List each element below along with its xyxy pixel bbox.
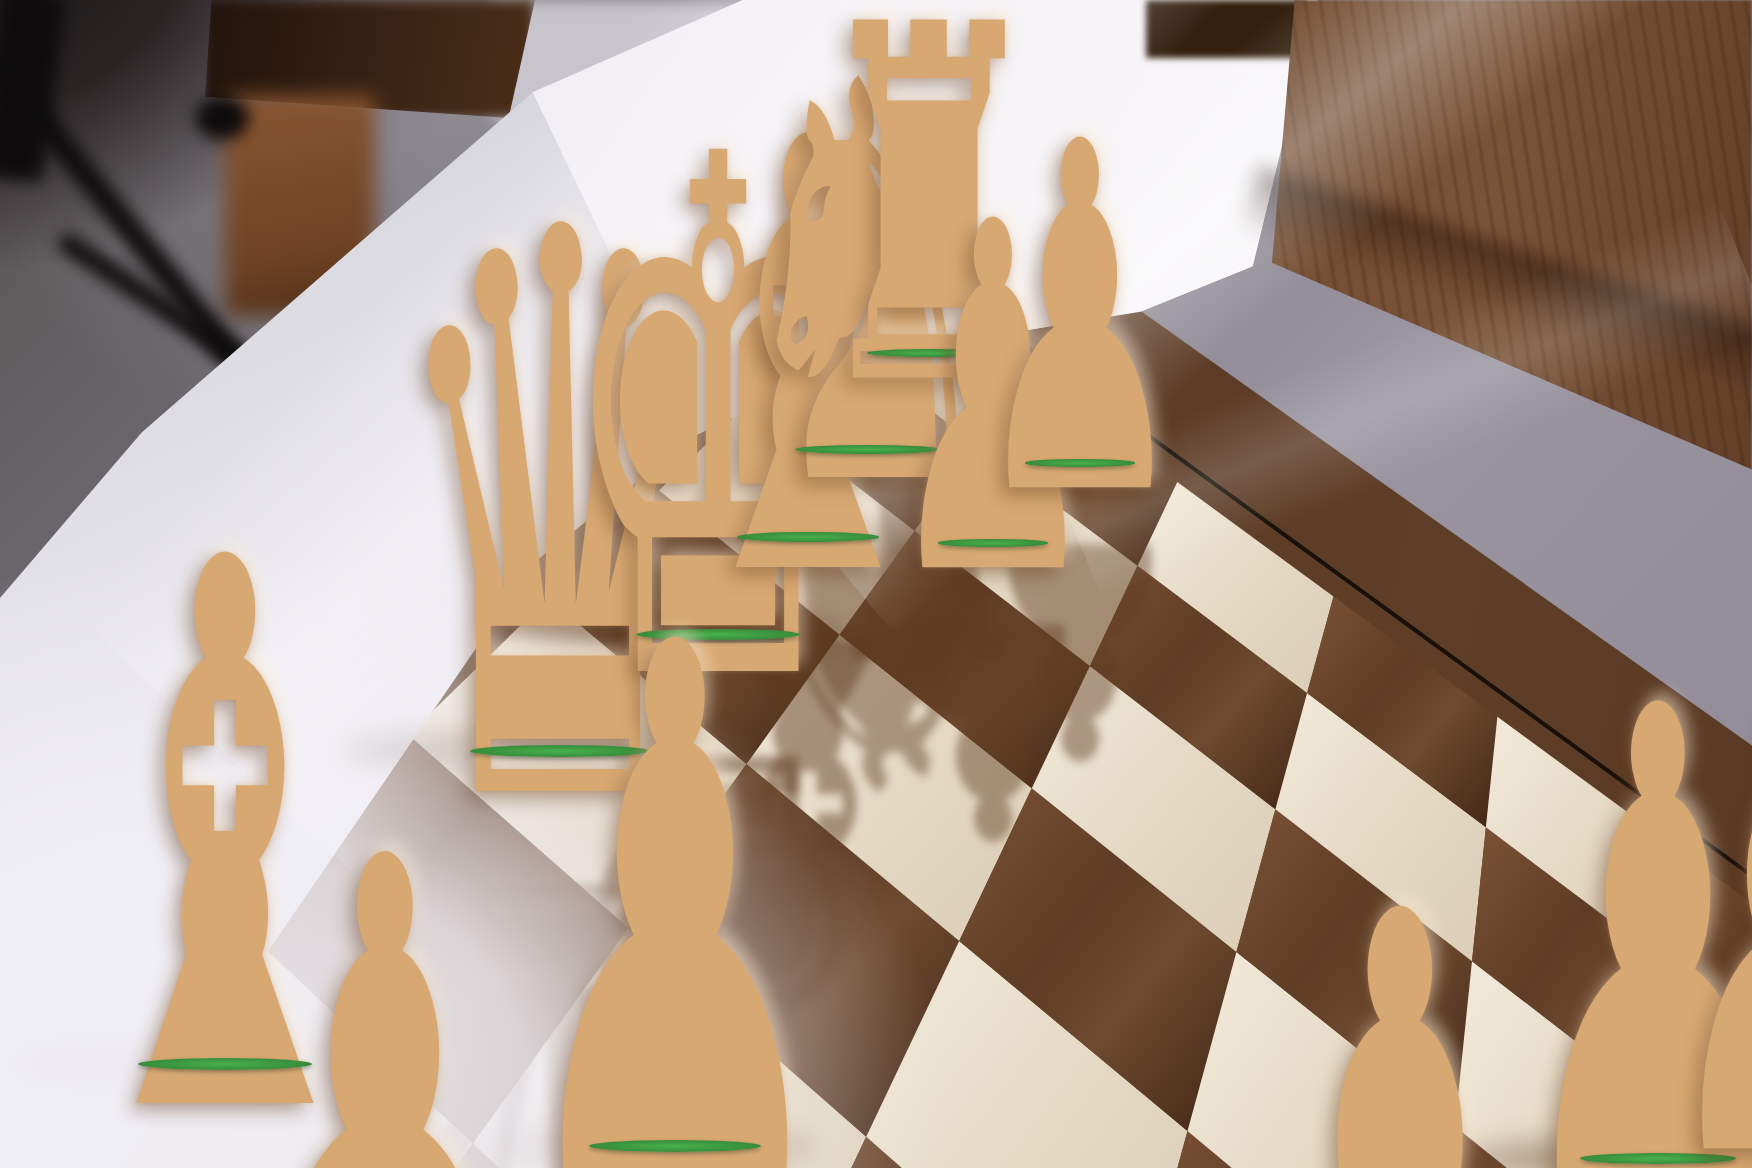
- felt-base: [589, 1140, 762, 1152]
- piece-pawn-h2[interactable]: ♟: [972, 81, 1187, 561]
- piece-pawn-edge[interactable]: ♟: [1656, 624, 1752, 1168]
- felt-base: [1025, 459, 1135, 467]
- photo-stage: ♝♛♚♟♝♞♜♟♟♟ ♝♟♛♚♟♝♞♜♟♟♟♟♟: [0, 0, 1752, 1168]
